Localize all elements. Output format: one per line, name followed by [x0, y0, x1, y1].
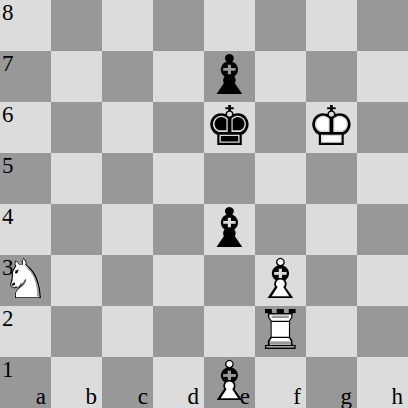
- piece-black-king-e6[interactable]: ♚: [204, 102, 255, 153]
- square-g8[interactable]: [306, 0, 357, 51]
- square-g2[interactable]: [306, 306, 357, 357]
- square-a5[interactable]: 5: [0, 153, 51, 204]
- piece-white-knight-a3[interactable]: ♞♘: [0, 255, 51, 306]
- square-b6[interactable]: [51, 102, 102, 153]
- square-d2[interactable]: [153, 306, 204, 357]
- square-b2[interactable]: [51, 306, 102, 357]
- square-c2[interactable]: [102, 306, 153, 357]
- square-h5[interactable]: [357, 153, 408, 204]
- rank-label-1: 1: [2, 358, 14, 381]
- rank-label-5: 5: [2, 154, 14, 177]
- square-a8[interactable]: 8: [0, 0, 51, 51]
- rank-label-4: 4: [2, 205, 14, 228]
- white-bishop-icon: ♗: [204, 357, 255, 408]
- square-d1[interactable]: d: [153, 357, 204, 408]
- square-f5[interactable]: [255, 153, 306, 204]
- file-label-b: b: [86, 385, 98, 408]
- file-label-g: g: [341, 385, 353, 408]
- square-b7[interactable]: [51, 51, 102, 102]
- square-d5[interactable]: [153, 153, 204, 204]
- square-c4[interactable]: [102, 204, 153, 255]
- square-b4[interactable]: [51, 204, 102, 255]
- square-h1[interactable]: h: [357, 357, 408, 408]
- square-b8[interactable]: [51, 0, 102, 51]
- rank-label-7: 7: [2, 52, 14, 75]
- square-c6[interactable]: [102, 102, 153, 153]
- square-a2[interactable]: 2: [0, 306, 51, 357]
- file-label-h: h: [392, 385, 404, 408]
- piece-white-rook-f2[interactable]: ♜♖: [255, 306, 306, 357]
- square-d3[interactable]: [153, 255, 204, 306]
- square-d4[interactable]: [153, 204, 204, 255]
- white-knight-icon: ♘: [0, 255, 51, 306]
- square-h6[interactable]: [357, 102, 408, 153]
- square-h3[interactable]: [357, 255, 408, 306]
- square-f2[interactable]: ♜♖: [255, 306, 306, 357]
- black-king-icon: ♚: [204, 102, 255, 153]
- square-c8[interactable]: [102, 0, 153, 51]
- piece-white-bishop-e1[interactable]: ♝♗: [204, 357, 255, 408]
- square-f1[interactable]: f: [255, 357, 306, 408]
- square-g3[interactable]: [306, 255, 357, 306]
- square-f7[interactable]: [255, 51, 306, 102]
- square-c5[interactable]: [102, 153, 153, 204]
- square-h2[interactable]: [357, 306, 408, 357]
- square-d7[interactable]: [153, 51, 204, 102]
- rank-label-6: 6: [2, 103, 14, 126]
- square-d6[interactable]: [153, 102, 204, 153]
- square-g4[interactable]: [306, 204, 357, 255]
- file-label-a: a: [36, 385, 46, 408]
- square-a6[interactable]: 6: [0, 102, 51, 153]
- square-g5[interactable]: [306, 153, 357, 204]
- square-c7[interactable]: [102, 51, 153, 102]
- square-g6[interactable]: ♚♔: [306, 102, 357, 153]
- square-f8[interactable]: [255, 0, 306, 51]
- square-c3[interactable]: [102, 255, 153, 306]
- square-b3[interactable]: [51, 255, 102, 306]
- square-e1[interactable]: e♝♗: [204, 357, 255, 408]
- square-b5[interactable]: [51, 153, 102, 204]
- square-g1[interactable]: g: [306, 357, 357, 408]
- square-h7[interactable]: [357, 51, 408, 102]
- piece-black-bishop-e4[interactable]: ♝: [204, 204, 255, 255]
- white-king-icon: ♔: [306, 102, 357, 153]
- file-label-d: d: [188, 385, 200, 408]
- square-d8[interactable]: [153, 0, 204, 51]
- square-f6[interactable]: [255, 102, 306, 153]
- square-e4[interactable]: ♝: [204, 204, 255, 255]
- square-h8[interactable]: [357, 0, 408, 51]
- black-bishop-icon: ♝: [204, 204, 255, 255]
- square-a3[interactable]: 3♞♘: [0, 255, 51, 306]
- chess-board: 87♝6♚♚♔54♝3♞♘♝♗2♜♖1abcde♝♗fgh: [0, 0, 408, 408]
- file-label-f: f: [293, 385, 301, 408]
- square-a1[interactable]: 1a: [0, 357, 51, 408]
- square-e6[interactable]: ♚: [204, 102, 255, 153]
- square-a7[interactable]: 7: [0, 51, 51, 102]
- rank-label-8: 8: [2, 1, 14, 24]
- square-h4[interactable]: [357, 204, 408, 255]
- file-label-c: c: [138, 385, 148, 408]
- square-b1[interactable]: b: [51, 357, 102, 408]
- square-e3[interactable]: [204, 255, 255, 306]
- square-c1[interactable]: c: [102, 357, 153, 408]
- piece-white-king-g6[interactable]: ♚♔: [306, 102, 357, 153]
- chess-diagram: 87♝6♚♚♔54♝3♞♘♝♗2♜♖1abcde♝♗fgh: [0, 0, 408, 408]
- white-rook-icon: ♖: [255, 306, 306, 357]
